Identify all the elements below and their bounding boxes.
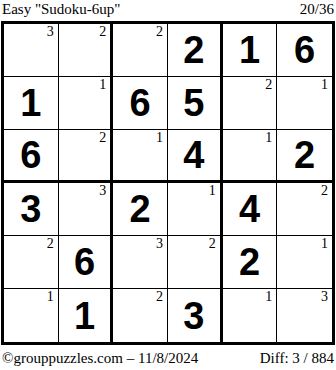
pencil-mark: 1	[47, 290, 54, 305]
given-digit: 4	[168, 130, 220, 180]
given-digit: 3	[168, 289, 220, 342]
pencil-mark: 3	[156, 237, 163, 252]
given-digit: 4	[223, 183, 277, 235]
cell-r5c1[interactable]: 2	[4, 236, 59, 289]
cell-r2c3[interactable]: 6	[113, 77, 168, 130]
pencil-mark: 2	[99, 25, 106, 40]
sudoku-page: Easy "Sudoku-6up" 20/36 3222161165216214…	[0, 0, 336, 370]
cells-remaining-counter: 20/36	[300, 1, 334, 18]
cell-r3c1[interactable]: 6	[4, 130, 59, 183]
given-digit: 1	[223, 24, 277, 76]
given-digit: 2	[168, 24, 220, 76]
footer: ©grouppuzzles.com – 11/8/2024 Diff: 3 / …	[0, 345, 336, 367]
pencil-mark: 1	[265, 131, 272, 146]
cell-r1c2[interactable]: 2	[59, 24, 114, 77]
header: Easy "Sudoku-6up" 20/36	[0, 0, 336, 21]
given-digit: 1	[4, 77, 58, 129]
pencil-mark: 2	[156, 290, 163, 305]
pencil-mark: 1	[321, 78, 328, 93]
given-digit: 5	[168, 77, 220, 129]
pencil-mark: 1	[209, 184, 216, 199]
cell-r4c1[interactable]: 3	[4, 183, 59, 236]
cell-r6c2[interactable]: 1	[59, 289, 114, 342]
cell-r3c6[interactable]: 2	[277, 130, 332, 183]
pencil-mark: 3	[47, 25, 54, 40]
cell-r6c4[interactable]: 3	[168, 289, 223, 342]
pencil-mark: 3	[99, 184, 106, 199]
cell-r3c5[interactable]: 1	[223, 130, 278, 183]
given-digit: 3	[4, 183, 58, 235]
cell-r2c4[interactable]: 5	[168, 77, 223, 130]
given-digit: 6	[4, 130, 58, 180]
cell-r1c5[interactable]: 1	[223, 24, 278, 77]
pencil-mark: 1	[156, 131, 163, 146]
cell-r3c3[interactable]: 1	[113, 130, 168, 183]
cell-r6c3[interactable]: 2	[113, 289, 168, 342]
pencil-mark: 1	[99, 78, 106, 93]
pencil-mark: 2	[99, 131, 106, 146]
cell-r4c5[interactable]: 4	[223, 183, 278, 236]
difficulty-label: Diff: 3 / 884	[260, 350, 334, 367]
sudoku-grid: 322216116521621412332142263221112313	[1, 21, 335, 345]
pencil-mark: 2	[265, 78, 272, 93]
cell-r1c1[interactable]: 3	[4, 24, 59, 77]
given-digit: 2	[223, 236, 277, 288]
cell-r3c2[interactable]: 2	[59, 130, 114, 183]
cell-r6c6[interactable]: 3	[277, 289, 332, 342]
cell-r4c3[interactable]: 2	[113, 183, 168, 236]
cell-r6c5[interactable]: 1	[223, 289, 278, 342]
cell-r2c2[interactable]: 1	[59, 77, 114, 130]
given-digit: 6	[113, 77, 167, 129]
cell-r3c4[interactable]: 4	[168, 130, 223, 183]
page-title: Easy "Sudoku-6up"	[2, 1, 121, 18]
pencil-mark: 1	[265, 290, 272, 305]
cell-r5c3[interactable]: 3	[113, 236, 168, 289]
cell-r1c6[interactable]: 6	[277, 24, 332, 77]
cell-r5c4[interactable]: 2	[168, 236, 223, 289]
pencil-mark: 1	[321, 237, 328, 252]
cell-r4c2[interactable]: 3	[59, 183, 114, 236]
cell-r5c2[interactable]: 6	[59, 236, 114, 289]
given-digit: 6	[277, 24, 332, 76]
cell-r4c4[interactable]: 1	[168, 183, 223, 236]
cell-r2c1[interactable]: 1	[4, 77, 59, 130]
pencil-mark: 2	[209, 237, 216, 252]
cell-r5c5[interactable]: 2	[223, 236, 278, 289]
given-digit: 2	[113, 183, 167, 235]
given-digit: 6	[59, 236, 111, 288]
pencil-mark: 2	[156, 25, 163, 40]
cell-r1c3[interactable]: 2	[113, 24, 168, 77]
pencil-mark: 2	[321, 184, 328, 199]
cell-r4c6[interactable]: 2	[277, 183, 332, 236]
given-digit: 1	[59, 289, 111, 342]
given-digit: 2	[277, 130, 332, 180]
cell-r2c6[interactable]: 1	[277, 77, 332, 130]
pencil-mark: 3	[321, 290, 328, 305]
pencil-mark: 2	[47, 237, 54, 252]
cell-r2c5[interactable]: 2	[223, 77, 278, 130]
cell-r6c1[interactable]: 1	[4, 289, 59, 342]
copyright-date: ©grouppuzzles.com – 11/8/2024	[2, 350, 198, 367]
cell-r5c6[interactable]: 1	[277, 236, 332, 289]
cell-r1c4[interactable]: 2	[168, 24, 223, 77]
